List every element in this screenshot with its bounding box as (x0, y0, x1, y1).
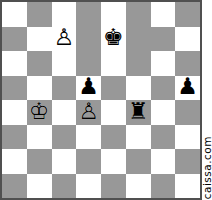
piece-black-pawn-h5: ♟ (177, 76, 198, 99)
square-h8[interactable] (175, 2, 200, 27)
square-b3[interactable] (27, 125, 52, 150)
square-g6[interactable] (151, 51, 176, 76)
square-e2[interactable] (101, 149, 126, 174)
square-d2[interactable] (76, 149, 101, 174)
chess-diagram: ♙♚♟♟♔♙♜ caissa.com (0, 0, 212, 200)
square-f4[interactable]: ♜ (126, 100, 151, 125)
square-d7[interactable] (76, 27, 101, 52)
square-b2[interactable] (27, 149, 52, 174)
square-e3[interactable] (101, 125, 126, 150)
square-g5[interactable] (151, 76, 176, 101)
square-c7[interactable]: ♙ (52, 27, 77, 52)
square-g2[interactable] (151, 149, 176, 174)
square-g1[interactable] (151, 174, 176, 199)
square-b6[interactable] (27, 51, 52, 76)
square-b5[interactable] (27, 76, 52, 101)
piece-black-rook-f4: ♜ (128, 100, 149, 123)
square-e7[interactable]: ♚ (101, 27, 126, 52)
square-b8[interactable] (27, 2, 52, 27)
square-h4[interactable] (175, 100, 200, 125)
piece-black-pawn-d5: ♟ (78, 76, 99, 99)
square-a2[interactable] (2, 149, 27, 174)
square-e6[interactable] (101, 51, 126, 76)
square-g8[interactable] (151, 2, 176, 27)
square-f3[interactable] (126, 125, 151, 150)
square-e5[interactable] (101, 76, 126, 101)
square-a4[interactable] (2, 100, 27, 125)
square-d6[interactable] (76, 51, 101, 76)
piece-black-king-e7: ♚ (103, 27, 124, 50)
square-f1[interactable] (126, 174, 151, 199)
square-c3[interactable] (52, 125, 77, 150)
chess-board: ♙♚♟♟♔♙♜ (0, 0, 202, 200)
piece-white-pawn-d4: ♙ (78, 100, 99, 123)
square-g7[interactable] (151, 27, 176, 52)
square-a6[interactable] (2, 51, 27, 76)
square-e1[interactable] (101, 174, 126, 199)
square-g4[interactable] (151, 100, 176, 125)
square-e4[interactable] (101, 100, 126, 125)
square-d5[interactable]: ♟ (76, 76, 101, 101)
square-c8[interactable] (52, 2, 77, 27)
square-b7[interactable] (27, 27, 52, 52)
square-h2[interactable] (175, 149, 200, 174)
square-a5[interactable] (2, 76, 27, 101)
square-a7[interactable] (2, 27, 27, 52)
square-g3[interactable] (151, 125, 176, 150)
square-a8[interactable] (2, 2, 27, 27)
square-h5[interactable]: ♟ (175, 76, 200, 101)
square-f8[interactable] (126, 2, 151, 27)
square-d1[interactable] (76, 174, 101, 199)
square-c2[interactable] (52, 149, 77, 174)
square-f6[interactable] (126, 51, 151, 76)
side-strip: caissa.com (202, 0, 212, 200)
square-a3[interactable] (2, 125, 27, 150)
square-h1[interactable] (175, 174, 200, 199)
square-f7[interactable] (126, 27, 151, 52)
square-h3[interactable] (175, 125, 200, 150)
square-e8[interactable] (101, 2, 126, 27)
square-c1[interactable] (52, 174, 77, 199)
square-a1[interactable] (2, 174, 27, 199)
square-f5[interactable] (126, 76, 151, 101)
square-f2[interactable] (126, 149, 151, 174)
square-d8[interactable] (76, 2, 101, 27)
square-c5[interactable] (52, 76, 77, 101)
piece-white-pawn-c7: ♙ (54, 27, 75, 50)
caissa-watermark: caissa.com (201, 136, 212, 199)
square-c6[interactable] (52, 51, 77, 76)
square-b1[interactable] (27, 174, 52, 199)
square-d4[interactable]: ♙ (76, 100, 101, 125)
square-h6[interactable] (175, 51, 200, 76)
square-d3[interactable] (76, 125, 101, 150)
piece-white-king-b4: ♔ (29, 100, 50, 123)
square-c4[interactable] (52, 100, 77, 125)
square-h7[interactable] (175, 27, 200, 52)
square-b4[interactable]: ♔ (27, 100, 52, 125)
